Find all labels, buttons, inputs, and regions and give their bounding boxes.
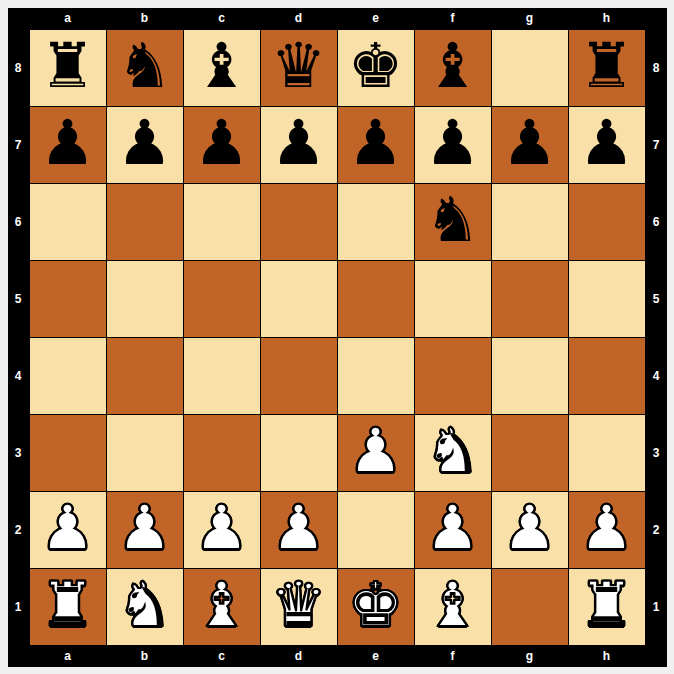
white-pawn[interactable]: ♟: [40, 490, 96, 566]
square-b6[interactable]: [107, 184, 183, 260]
square-e3[interactable]: ♟: [338, 415, 414, 491]
square-b8[interactable]: ♞: [107, 30, 183, 106]
black-knight[interactable]: ♞: [117, 28, 173, 104]
square-h6[interactable]: [569, 184, 645, 260]
square-d4[interactable]: [261, 338, 337, 414]
square-a5[interactable]: [30, 261, 106, 337]
rank-label-right-6: 6: [646, 184, 667, 260]
square-c7[interactable]: ♟: [184, 107, 260, 183]
file-label-top-e: e: [338, 8, 414, 29]
rank-label-right-2: 2: [646, 492, 667, 568]
black-king[interactable]: ♚: [348, 28, 404, 104]
square-h2[interactable]: ♟: [569, 492, 645, 568]
square-h3[interactable]: [569, 415, 645, 491]
file-label-bottom-g: g: [492, 646, 568, 667]
square-c5[interactable]: [184, 261, 260, 337]
white-pawn[interactable]: ♟: [271, 490, 327, 566]
rank-label-left-7: 7: [8, 107, 29, 183]
rank-label-left-8: 8: [8, 30, 29, 106]
square-b7[interactable]: ♟: [107, 107, 183, 183]
black-pawn[interactable]: ♟: [348, 105, 404, 181]
black-rook[interactable]: ♜: [579, 28, 635, 104]
square-e4[interactable]: [338, 338, 414, 414]
rank-label-right-4: 4: [646, 338, 667, 414]
black-pawn[interactable]: ♟: [40, 105, 96, 181]
rank-label-right-3: 3: [646, 415, 667, 491]
square-g2[interactable]: ♟: [492, 492, 568, 568]
square-c2[interactable]: ♟: [184, 492, 260, 568]
square-d8[interactable]: ♛: [261, 30, 337, 106]
white-pawn[interactable]: ♟: [194, 490, 250, 566]
square-f2[interactable]: ♟: [415, 492, 491, 568]
black-pawn[interactable]: ♟: [117, 105, 173, 181]
rank-label-right-7: 7: [646, 107, 667, 183]
square-d3[interactable]: [261, 415, 337, 491]
rank-label-right-5: 5: [646, 261, 667, 337]
black-pawn[interactable]: ♟: [194, 105, 250, 181]
square-h8[interactable]: ♜: [569, 30, 645, 106]
black-knight[interactable]: ♞: [425, 182, 481, 258]
square-g8[interactable]: [492, 30, 568, 106]
file-label-bottom-f: f: [415, 646, 491, 667]
rank-label-left-3: 3: [8, 415, 29, 491]
square-a8[interactable]: ♜: [30, 30, 106, 106]
file-label-top-b: b: [107, 8, 183, 29]
square-g1[interactable]: [492, 569, 568, 645]
black-pawn[interactable]: ♟: [425, 105, 481, 181]
file-label-top-d: d: [261, 8, 337, 29]
file-label-bottom-a: a: [30, 646, 106, 667]
square-a1[interactable]: ♜: [30, 569, 106, 645]
square-a2[interactable]: ♟: [30, 492, 106, 568]
white-queen[interactable]: ♛: [271, 567, 327, 643]
square-f8[interactable]: ♝: [415, 30, 491, 106]
square-d1[interactable]: ♛: [261, 569, 337, 645]
file-label-bottom-c: c: [184, 646, 260, 667]
square-a3[interactable]: [30, 415, 106, 491]
square-d5[interactable]: [261, 261, 337, 337]
file-label-top-a: a: [30, 8, 106, 29]
square-g6[interactable]: [492, 184, 568, 260]
square-b2[interactable]: ♟: [107, 492, 183, 568]
square-b4[interactable]: [107, 338, 183, 414]
rank-label-left-6: 6: [8, 184, 29, 260]
white-knight[interactable]: ♞: [425, 413, 481, 489]
square-e1[interactable]: ♚: [338, 569, 414, 645]
file-label-bottom-d: d: [261, 646, 337, 667]
file-label-top-f: f: [415, 8, 491, 29]
black-pawn[interactable]: ♟: [502, 105, 558, 181]
white-rook[interactable]: ♜: [40, 567, 96, 643]
black-pawn[interactable]: ♟: [579, 105, 635, 181]
square-f7[interactable]: ♟: [415, 107, 491, 183]
square-b1[interactable]: ♞: [107, 569, 183, 645]
square-b3[interactable]: [107, 415, 183, 491]
square-h1[interactable]: ♜: [569, 569, 645, 645]
rank-label-right-8: 8: [646, 30, 667, 106]
square-h4[interactable]: [569, 338, 645, 414]
square-f5[interactable]: [415, 261, 491, 337]
white-pawn[interactable]: ♟: [579, 490, 635, 566]
rank-label-left-1: 1: [8, 569, 29, 645]
square-g5[interactable]: [492, 261, 568, 337]
square-c1[interactable]: ♝: [184, 569, 260, 645]
black-bishop[interactable]: ♝: [194, 28, 250, 104]
square-f3[interactable]: ♞: [415, 415, 491, 491]
square-e8[interactable]: ♚: [338, 30, 414, 106]
rank-label-left-2: 2: [8, 492, 29, 568]
file-label-bottom-b: b: [107, 646, 183, 667]
square-c6[interactable]: [184, 184, 260, 260]
square-d7[interactable]: ♟: [261, 107, 337, 183]
square-g4[interactable]: [492, 338, 568, 414]
white-rook[interactable]: ♜: [579, 567, 635, 643]
white-bishop[interactable]: ♝: [194, 567, 250, 643]
file-label-top-c: c: [184, 8, 260, 29]
square-h7[interactable]: ♟: [569, 107, 645, 183]
white-pawn[interactable]: ♟: [425, 490, 481, 566]
square-h5[interactable]: [569, 261, 645, 337]
black-bishop[interactable]: ♝: [425, 28, 481, 104]
square-e2[interactable]: [338, 492, 414, 568]
file-label-top-g: g: [492, 8, 568, 29]
rank-label-left-5: 5: [8, 261, 29, 337]
file-label-bottom-e: e: [338, 646, 414, 667]
square-a6[interactable]: [30, 184, 106, 260]
rank-label-left-4: 4: [8, 338, 29, 414]
rank-label-right-1: 1: [646, 569, 667, 645]
white-pawn[interactable]: ♟: [502, 490, 558, 566]
white-pawn[interactable]: ♟: [348, 413, 404, 489]
page: aabbccddeeffgghh8877665544332211♜♞♝♛♚♝♜♟…: [0, 0, 674, 674]
square-e6[interactable]: [338, 184, 414, 260]
square-e7[interactable]: ♟: [338, 107, 414, 183]
square-a7[interactable]: ♟: [30, 107, 106, 183]
white-bishop[interactable]: ♝: [425, 567, 481, 643]
square-a4[interactable]: [30, 338, 106, 414]
square-c3[interactable]: [184, 415, 260, 491]
file-label-top-h: h: [569, 8, 645, 29]
square-f6[interactable]: ♞: [415, 184, 491, 260]
square-c4[interactable]: [184, 338, 260, 414]
square-b5[interactable]: [107, 261, 183, 337]
square-d2[interactable]: ♟: [261, 492, 337, 568]
square-g7[interactable]: ♟: [492, 107, 568, 183]
file-label-bottom-h: h: [569, 646, 645, 667]
square-f4[interactable]: [415, 338, 491, 414]
black-rook[interactable]: ♜: [40, 28, 96, 104]
white-king[interactable]: ♚: [348, 567, 404, 643]
square-e5[interactable]: [338, 261, 414, 337]
square-f1[interactable]: ♝: [415, 569, 491, 645]
white-pawn[interactable]: ♟: [117, 490, 173, 566]
white-knight[interactable]: ♞: [117, 567, 173, 643]
square-c8[interactable]: ♝: [184, 30, 260, 106]
square-d6[interactable]: [261, 184, 337, 260]
black-pawn[interactable]: ♟: [271, 105, 327, 181]
square-g3[interactable]: [492, 415, 568, 491]
board-frame: aabbccddeeffgghh8877665544332211♜♞♝♛♚♝♜♟…: [8, 8, 667, 667]
black-queen[interactable]: ♛: [271, 28, 327, 104]
